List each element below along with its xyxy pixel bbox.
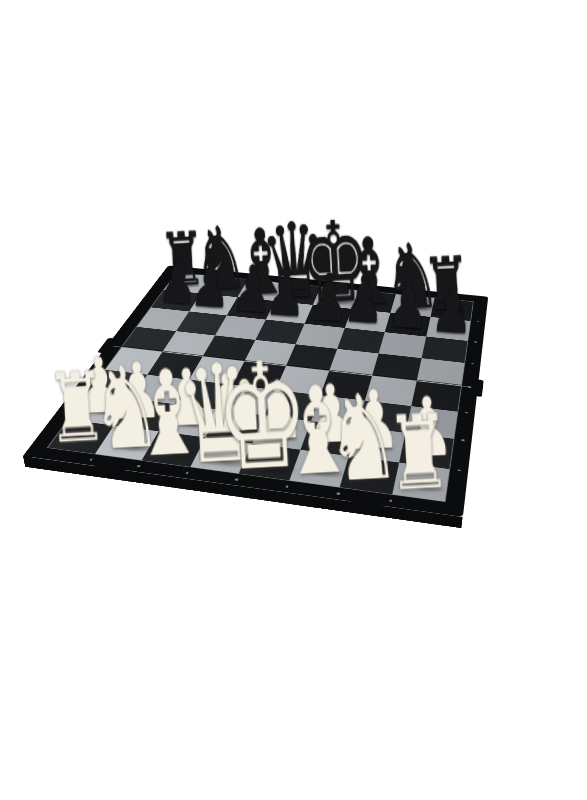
pieces-layer: ♜♞♝♛♚♝♞♜♟♟♟♟♟♟♟♟♟♟♟♟♟♟♟♟♜♞♝♛♚♝♞♜ (23, 266, 488, 517)
scene-stage: ♜♞♝♛♚♝♞♜♟♟♟♟♟♟♟♟♟♟♟♟♟♟♟♟♜♞♝♛♚♝♞♜ (0, 0, 587, 800)
pawn-glyph: ♟ (264, 260, 308, 327)
pawn-glyph: ♟ (342, 266, 387, 334)
pawn-glyph: ♟ (189, 252, 233, 318)
product-photo: ♜♞♝♛♚♝♞♜♟♟♟♟♟♟♟♟♟♟♟♟♟♟♟♟♜♞♝♛♚♝♞♜ (0, 0, 587, 800)
chess-board: ♜♞♝♛♚♝♞♜♟♟♟♟♟♟♟♟♟♟♟♟♟♟♟♟♜♞♝♛♚♝♞♜ (23, 266, 488, 517)
pawn-glyph: ♟ (385, 270, 430, 339)
rook-glyph: ♜ (384, 399, 454, 505)
